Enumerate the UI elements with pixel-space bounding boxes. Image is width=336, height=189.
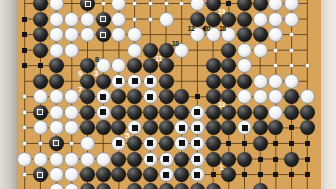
black-stone[interactable] [206, 152, 221, 167]
white-stone[interactable] [253, 43, 268, 58]
white-stone[interactable] [96, 152, 111, 167]
black-stone[interactable] [237, 74, 252, 89]
white-territory-marker [148, 1, 153, 6]
dead-stone-square-mark [100, 32, 106, 38]
black-territory-marker [273, 172, 278, 177]
dead-stone-square-mark [194, 109, 200, 115]
black-territory-marker [305, 141, 310, 146]
dead-stone-square-mark [194, 156, 200, 162]
white-stone[interactable] [49, 120, 64, 135]
dead-stone-square-mark [194, 172, 200, 178]
dead-stone-square-mark [163, 156, 169, 162]
black-territory-marker [226, 141, 231, 146]
dead-black-stone[interactable] [33, 105, 48, 120]
white-territory-marker [22, 125, 27, 130]
black-stone[interactable] [300, 105, 315, 120]
dead-white-stone[interactable] [143, 89, 158, 104]
white-territory-marker [148, 17, 153, 22]
dead-black-stone[interactable] [96, 12, 111, 27]
black-territory-marker [289, 125, 294, 130]
white-stone[interactable] [253, 12, 268, 27]
black-territory-marker [242, 172, 247, 177]
dead-stone-square-mark [37, 109, 43, 115]
dead-black-stone[interactable] [49, 136, 64, 151]
black-stone[interactable] [49, 74, 64, 89]
white-stone[interactable] [80, 27, 95, 42]
black-stone[interactable] [33, 27, 48, 42]
black-stone[interactable] [159, 43, 174, 58]
white-territory-marker [289, 63, 294, 68]
black-stone[interactable] [33, 43, 48, 58]
dead-stone-square-mark [100, 109, 106, 115]
black-stone[interactable] [206, 74, 221, 89]
black-stone[interactable] [143, 58, 158, 73]
dead-white-stone[interactable] [190, 167, 205, 182]
black-stone[interactable] [159, 105, 174, 120]
black-stone[interactable] [284, 152, 299, 167]
black-stone[interactable] [80, 167, 95, 182]
white-stone[interactable] [49, 152, 64, 167]
black-stone[interactable]: 11 [159, 58, 174, 73]
black-stone[interactable]: 19 [221, 12, 236, 27]
white-stone[interactable] [253, 89, 268, 104]
dead-white-stone[interactable] [190, 152, 205, 167]
dead-white-stone[interactable] [96, 105, 111, 120]
dead-stone-square-mark [100, 16, 106, 22]
black-stone[interactable] [253, 105, 268, 120]
white-territory-marker [305, 63, 310, 68]
dead-stone-square-mark [242, 125, 248, 131]
black-stone[interactable] [159, 120, 174, 135]
black-stone[interactable] [237, 152, 252, 167]
white-territory-marker [132, 17, 137, 22]
white-stone[interactable]: 10 [174, 43, 189, 58]
white-stone[interactable] [49, 43, 64, 58]
white-stone[interactable] [268, 12, 283, 27]
dead-stone-square-mark [53, 140, 59, 146]
white-territory-marker [101, 1, 106, 6]
dead-white-stone[interactable] [190, 136, 205, 151]
white-stone[interactable] [111, 12, 126, 27]
white-stone[interactable] [49, 89, 64, 104]
white-stone[interactable]: 20 [206, 27, 221, 42]
black-territory-marker [258, 157, 263, 162]
black-territory-marker [273, 141, 278, 146]
white-territory-marker [273, 48, 278, 53]
black-territory-marker [226, 1, 231, 6]
dead-stone-square-mark [163, 172, 169, 178]
dead-stone-square-mark [37, 172, 43, 178]
black-stone[interactable] [206, 120, 221, 135]
white-territory-marker [22, 110, 27, 115]
black-stone[interactable] [33, 12, 48, 27]
white-stone[interactable] [49, 167, 64, 182]
black-stone[interactable] [80, 105, 95, 120]
dead-stone-square-mark [100, 94, 106, 100]
black-stone[interactable] [127, 105, 142, 120]
dead-black-stone[interactable] [96, 27, 111, 42]
black-territory-marker [22, 32, 27, 37]
white-stone[interactable] [49, 27, 64, 42]
white-stone[interactable]: 8 [96, 58, 111, 73]
black-stone[interactable] [49, 58, 64, 73]
black-territory-marker [289, 141, 294, 146]
dead-stone-square-mark [132, 78, 138, 84]
black-stone[interactable] [237, 12, 252, 27]
dead-white-stone[interactable] [143, 136, 158, 151]
black-stone[interactable]: 5 [127, 136, 142, 151]
black-stone[interactable] [143, 105, 158, 120]
white-territory-marker [132, 1, 137, 6]
left-panel-edge [0, 0, 18, 189]
white-stone[interactable] [49, 105, 64, 120]
right-panel-edge [321, 0, 336, 189]
dead-white-stone[interactable] [96, 89, 111, 104]
white-territory-marker [164, 1, 169, 6]
black-stone[interactable] [253, 120, 268, 135]
dead-white-stone[interactable] [143, 74, 158, 89]
black-stone[interactable] [111, 152, 126, 167]
dead-white-stone[interactable] [190, 105, 205, 120]
white-stone[interactable] [237, 43, 252, 58]
black-territory-marker [211, 172, 216, 177]
white-stone[interactable] [80, 12, 95, 27]
black-territory-marker [22, 63, 27, 68]
black-stone[interactable] [206, 89, 221, 104]
white-stone[interactable] [33, 152, 48, 167]
black-stone[interactable] [143, 167, 158, 182]
dead-stone-square-mark [147, 78, 153, 84]
dead-white-stone[interactable] [127, 74, 142, 89]
dead-stone-square-mark [179, 125, 185, 131]
black-stone[interactable] [237, 27, 252, 42]
white-territory-marker [289, 48, 294, 53]
white-stone[interactable] [284, 12, 299, 27]
black-territory-marker [22, 48, 27, 53]
white-stone[interactable] [284, 74, 299, 89]
black-territory-marker [305, 157, 310, 162]
white-territory-marker [22, 94, 27, 99]
black-territory-marker [289, 172, 294, 177]
white-stone[interactable] [80, 136, 95, 151]
dead-stone-square-mark [179, 140, 185, 146]
black-territory-marker [258, 172, 263, 177]
dead-stone-square-mark [147, 140, 153, 146]
black-territory-marker [305, 172, 310, 177]
white-stone[interactable] [159, 12, 174, 27]
go-app-screenshot: 19122018108119371351 [0, 0, 336, 189]
go-board[interactable]: 19122018108119371351 [18, 0, 321, 189]
dead-stone-square-mark [85, 1, 91, 7]
white-stone[interactable] [64, 12, 79, 27]
dead-stone-square-mark [116, 140, 122, 146]
black-stone[interactable] [206, 105, 221, 120]
white-territory-marker [38, 141, 43, 146]
black-stone[interactable] [159, 89, 174, 104]
black-territory-marker [195, 94, 200, 99]
black-stone[interactable] [253, 27, 268, 42]
black-stone[interactable] [206, 136, 221, 151]
black-stone[interactable] [221, 74, 236, 89]
black-stone[interactable] [206, 58, 221, 73]
black-territory-marker [38, 63, 43, 68]
white-stone[interactable] [80, 152, 95, 167]
black-stone[interactable] [284, 105, 299, 120]
dead-stone-square-mark [147, 156, 153, 162]
white-stone[interactable] [17, 152, 32, 167]
black-stone[interactable]: 9 [80, 74, 95, 89]
black-stone[interactable] [237, 105, 252, 120]
dead-white-stone[interactable] [159, 152, 174, 167]
white-territory-marker [179, 1, 184, 6]
black-territory-marker [242, 141, 247, 146]
dead-white-stone[interactable] [143, 152, 158, 167]
black-stone[interactable] [221, 43, 236, 58]
black-stone[interactable] [221, 152, 236, 167]
dead-stone-square-mark [147, 94, 153, 100]
dead-stone-square-mark [116, 78, 122, 84]
black-stone[interactable] [96, 167, 111, 182]
black-stone[interactable] [174, 105, 189, 120]
white-stone[interactable] [64, 152, 79, 167]
white-territory-marker [22, 141, 27, 146]
black-stone[interactable] [253, 136, 268, 151]
black-stone[interactable] [127, 152, 142, 167]
black-stone[interactable] [33, 74, 48, 89]
black-territory-marker [273, 157, 278, 162]
dead-stone-square-mark [132, 125, 138, 131]
black-stone[interactable]: 3 [96, 74, 111, 89]
white-stone[interactable] [64, 43, 79, 58]
white-stone[interactable] [253, 74, 268, 89]
black-stone[interactable] [143, 43, 158, 58]
white-territory-marker [69, 141, 74, 146]
dead-stone-square-mark [194, 125, 200, 131]
white-territory-marker [289, 32, 294, 37]
black-stone[interactable] [159, 74, 174, 89]
white-territory-marker [273, 63, 278, 68]
black-stone[interactable] [159, 136, 174, 151]
black-stone[interactable] [190, 12, 205, 27]
dead-white-stone[interactable] [159, 167, 174, 182]
white-stone[interactable] [127, 43, 142, 58]
white-stone[interactable] [300, 89, 315, 104]
dead-stone-square-mark [194, 140, 200, 146]
white-stone[interactable] [49, 12, 64, 27]
dead-black-stone[interactable] [33, 167, 48, 182]
white-territory-marker [22, 172, 27, 177]
black-stone[interactable] [96, 120, 111, 135]
black-territory-marker [22, 17, 27, 22]
black-stone[interactable] [206, 12, 221, 27]
black-stone[interactable] [174, 152, 189, 167]
